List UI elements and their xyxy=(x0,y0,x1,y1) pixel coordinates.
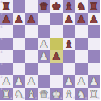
square-h3[interactable] xyxy=(88,63,101,76)
square-b2[interactable]: ♟ xyxy=(13,75,26,88)
white-king[interactable]: ♚ xyxy=(50,88,63,101)
rank-coordinate-5: 5 xyxy=(1,38,3,41)
square-g5[interactable] xyxy=(75,38,88,51)
square-c6[interactable] xyxy=(25,25,38,38)
white-queen[interactable]: ♛ xyxy=(38,88,51,101)
square-a4[interactable]: 4 xyxy=(0,50,13,63)
rank-coordinate-4: 4 xyxy=(1,51,3,54)
square-e7[interactable] xyxy=(50,13,63,26)
square-g3[interactable] xyxy=(75,63,88,76)
square-b4[interactable] xyxy=(13,50,26,63)
square-d5[interactable]: ♟ xyxy=(38,38,51,51)
black-pawn[interactable]: ♟ xyxy=(50,50,63,63)
white-pawn[interactable]: ♟ xyxy=(38,38,51,51)
square-e6[interactable] xyxy=(50,25,63,38)
square-d3[interactable] xyxy=(38,63,51,76)
square-c5[interactable] xyxy=(25,38,38,51)
black-pawn[interactable]: ♟ xyxy=(88,13,101,26)
square-f7[interactable]: ♟ xyxy=(63,13,76,26)
white-knight[interactable]: ♞ xyxy=(13,88,26,101)
square-c8[interactable] xyxy=(25,0,38,13)
square-e5[interactable] xyxy=(50,38,63,51)
square-b5[interactable] xyxy=(13,38,26,51)
square-c1[interactable]: ♝c xyxy=(25,88,38,101)
square-h6[interactable] xyxy=(88,25,101,38)
square-g1[interactable]: ♞g xyxy=(75,88,88,101)
black-pawn[interactable]: ♟ xyxy=(0,13,13,26)
square-f6[interactable] xyxy=(63,25,76,38)
square-d2[interactable] xyxy=(38,75,51,88)
square-c7[interactable]: ♟ xyxy=(25,13,38,26)
square-a8[interactable]: ♜8 xyxy=(0,0,13,13)
square-g8[interactable]: ♞ xyxy=(75,0,88,13)
white-pawn[interactable]: ♟ xyxy=(38,50,51,63)
square-b6[interactable] xyxy=(13,25,26,38)
square-g7[interactable]: ♟ xyxy=(75,13,88,26)
chess-board[interactable]: ♜8♛♚♝♞♜♟7♟♟♟♟♟65♟♝4♟♟3♟2♟♟♟♟♟♜1a♞b♝c♛d♚e… xyxy=(0,0,100,100)
white-pawn[interactable]: ♟ xyxy=(75,75,88,88)
square-c2[interactable]: ♟ xyxy=(25,75,38,88)
square-f3[interactable] xyxy=(63,63,76,76)
square-h5[interactable] xyxy=(88,38,101,51)
black-queen[interactable]: ♛ xyxy=(38,0,51,13)
square-d7[interactable] xyxy=(38,13,51,26)
square-c3[interactable] xyxy=(25,63,38,76)
square-a5[interactable]: 5 xyxy=(0,38,13,51)
square-e2[interactable] xyxy=(50,75,63,88)
square-d1[interactable]: ♛d xyxy=(38,88,51,101)
black-bishop[interactable]: ♝ xyxy=(63,0,76,13)
white-pawn[interactable]: ♟ xyxy=(88,75,101,88)
square-f8[interactable]: ♝ xyxy=(63,0,76,13)
black-rook[interactable]: ♜ xyxy=(88,0,101,13)
black-rook[interactable]: ♜ xyxy=(0,0,13,13)
square-h1[interactable]: ♜h xyxy=(88,88,101,101)
white-pawn[interactable]: ♟ xyxy=(13,75,26,88)
rank-coordinate-3: 3 xyxy=(1,63,3,66)
black-king[interactable]: ♚ xyxy=(50,0,63,13)
square-b3[interactable] xyxy=(13,63,26,76)
black-knight[interactable]: ♞ xyxy=(75,0,88,13)
white-rook[interactable]: ♜ xyxy=(88,88,101,101)
black-pawn[interactable]: ♟ xyxy=(63,13,76,26)
square-a1[interactable]: ♜1a xyxy=(0,88,13,101)
black-pawn[interactable]: ♟ xyxy=(13,13,26,26)
black-pawn[interactable]: ♟ xyxy=(75,13,88,26)
square-h8[interactable]: ♜ xyxy=(88,0,101,13)
square-h2[interactable]: ♟ xyxy=(88,75,101,88)
square-e3[interactable] xyxy=(50,63,63,76)
square-f1[interactable]: ♝f xyxy=(63,88,76,101)
square-f4[interactable] xyxy=(63,50,76,63)
square-a6[interactable]: 6 xyxy=(0,25,13,38)
square-a7[interactable]: ♟7 xyxy=(0,13,13,26)
square-g6[interactable] xyxy=(75,25,88,38)
white-rook[interactable]: ♜ xyxy=(0,88,13,101)
white-bishop[interactable]: ♝ xyxy=(25,88,38,101)
square-a3[interactable]: 3 xyxy=(0,63,13,76)
square-h4[interactable] xyxy=(88,50,101,63)
square-h7[interactable]: ♟ xyxy=(88,13,101,26)
white-pawn[interactable]: ♟ xyxy=(0,75,13,88)
white-pawn[interactable]: ♟ xyxy=(63,75,76,88)
white-knight[interactable]: ♞ xyxy=(75,88,88,101)
black-pawn[interactable]: ♟ xyxy=(25,13,38,26)
square-b8[interactable] xyxy=(13,0,26,13)
square-b1[interactable]: ♞b xyxy=(13,88,26,101)
square-c4[interactable] xyxy=(25,50,38,63)
square-e8[interactable]: ♚ xyxy=(50,0,63,13)
square-f5[interactable]: ♝ xyxy=(63,38,76,51)
square-b7[interactable]: ♟ xyxy=(13,13,26,26)
square-d8[interactable]: ♛ xyxy=(38,0,51,13)
square-e1[interactable]: ♚e xyxy=(50,88,63,101)
white-pawn[interactable]: ♟ xyxy=(25,75,38,88)
square-f2[interactable]: ♟ xyxy=(63,75,76,88)
square-e4[interactable]: ♟ xyxy=(50,50,63,63)
square-d6[interactable] xyxy=(38,25,51,38)
white-bishop[interactable]: ♝ xyxy=(63,88,76,101)
square-a2[interactable]: ♟2 xyxy=(0,75,13,88)
square-g2[interactable]: ♟ xyxy=(75,75,88,88)
square-g4[interactable] xyxy=(75,50,88,63)
rank-coordinate-6: 6 xyxy=(1,26,3,29)
black-bishop[interactable]: ♝ xyxy=(63,38,76,51)
square-d4[interactable]: ♟ xyxy=(38,50,51,63)
